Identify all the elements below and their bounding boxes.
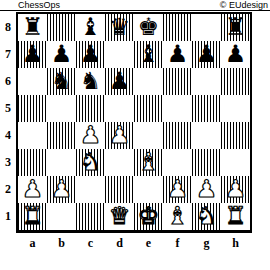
square-b1[interactable] — [47, 203, 76, 230]
square-f8[interactable] — [163, 14, 192, 41]
piece-black-pawn: ♟ — [80, 41, 102, 68]
square-f6[interactable] — [163, 68, 192, 95]
square-e1[interactable]: ♚ — [134, 203, 163, 230]
rank-label-4: 4 — [0, 122, 14, 149]
square-h5[interactable] — [221, 95, 250, 122]
piece-black-pawn: ♟ — [22, 41, 44, 68]
piece-white-rook: ♜ — [22, 203, 44, 230]
square-e8[interactable]: ♚ — [134, 14, 163, 41]
square-a8[interactable]: ♜ — [18, 14, 47, 41]
square-c1[interactable] — [76, 203, 105, 230]
piece-white-pawn: ♟ — [22, 176, 44, 203]
square-d2[interactable] — [105, 176, 134, 203]
square-h6[interactable] — [221, 68, 250, 95]
piece-white-rook: ♜ — [225, 203, 247, 230]
rank-label-6: 6 — [0, 68, 14, 95]
square-g7[interactable]: ♟ — [192, 41, 221, 68]
piece-black-pawn: ♟ — [51, 41, 73, 68]
square-a7[interactable]: ♟ — [18, 41, 47, 68]
square-f4[interactable] — [163, 122, 192, 149]
square-c3[interactable]: ♞ — [76, 149, 105, 176]
square-h3[interactable] — [221, 149, 250, 176]
file-label-e: e — [134, 235, 163, 251]
rank-label-1: 1 — [0, 203, 14, 230]
credit-text: © EUdesign — [220, 0, 268, 10]
square-b2[interactable]: ♟ — [47, 176, 76, 203]
piece-black-pawn: ♟ — [196, 41, 218, 68]
square-h7[interactable]: ♟ — [221, 41, 250, 68]
rank-labels: 87654321 — [0, 14, 14, 230]
square-h4[interactable] — [221, 122, 250, 149]
square-b8[interactable] — [47, 14, 76, 41]
square-d6[interactable]: ♟ — [105, 68, 134, 95]
piece-white-bishop: ♝ — [138, 149, 160, 176]
piece-white-pawn: ♟ — [51, 176, 73, 203]
piece-black-rook: ♜ — [22, 14, 44, 41]
square-a5[interactable] — [18, 95, 47, 122]
square-c6[interactable]: ♞ — [76, 68, 105, 95]
piece-white-pawn: ♟ — [196, 176, 218, 203]
piece-black-queen: ♛ — [109, 14, 131, 41]
file-label-c: c — [76, 235, 105, 251]
piece-black-pawn: ♟ — [167, 41, 189, 68]
square-h8[interactable]: ♜ — [221, 14, 250, 41]
square-a4[interactable] — [18, 122, 47, 149]
square-f3[interactable] — [163, 149, 192, 176]
piece-black-knight: ♞ — [80, 68, 102, 95]
square-b7[interactable]: ♟ — [47, 41, 76, 68]
file-label-g: g — [192, 235, 221, 251]
square-d8[interactable]: ♛ — [105, 14, 134, 41]
app-title: ChessOps — [18, 0, 60, 10]
square-c7[interactable]: ♟ — [76, 41, 105, 68]
file-label-h: h — [221, 235, 250, 251]
square-b6[interactable]: ♞ — [47, 68, 76, 95]
square-g5[interactable] — [192, 95, 221, 122]
square-e3[interactable]: ♝ — [134, 149, 163, 176]
file-label-b: b — [47, 235, 76, 251]
piece-white-pawn: ♟ — [80, 122, 102, 149]
square-g3[interactable] — [192, 149, 221, 176]
piece-black-knight: ♞ — [51, 68, 73, 95]
square-e7[interactable]: ♝ — [134, 41, 163, 68]
square-c8[interactable]: ♝ — [76, 14, 105, 41]
square-d4[interactable]: ♟ — [105, 122, 134, 149]
rank-label-2: 2 — [0, 176, 14, 203]
piece-white-pawn: ♟ — [167, 176, 189, 203]
square-g2[interactable]: ♟ — [192, 176, 221, 203]
piece-black-bishop: ♝ — [138, 41, 160, 68]
square-e6[interactable] — [134, 68, 163, 95]
rank-label-8: 8 — [0, 14, 14, 41]
square-b5[interactable] — [47, 95, 76, 122]
square-g4[interactable] — [192, 122, 221, 149]
piece-black-bishop: ♝ — [80, 14, 102, 41]
file-label-a: a — [18, 235, 47, 251]
piece-white-king: ♚ — [138, 203, 160, 230]
piece-black-pawn: ♟ — [225, 41, 247, 68]
header-bar: ChessOps © EUdesign — [0, 0, 270, 11]
square-a3[interactable] — [18, 149, 47, 176]
square-f2[interactable]: ♟ — [163, 176, 192, 203]
square-d7[interactable] — [105, 41, 134, 68]
piece-white-bishop: ♝ — [167, 203, 189, 230]
piece-white-pawn: ♟ — [225, 176, 247, 203]
rank-label-3: 3 — [0, 149, 14, 176]
square-c2[interactable] — [76, 176, 105, 203]
square-b4[interactable] — [47, 122, 76, 149]
piece-white-knight: ♞ — [80, 149, 102, 176]
square-a1[interactable]: ♜ — [18, 203, 47, 230]
square-a2[interactable]: ♟ — [18, 176, 47, 203]
square-e4[interactable] — [134, 122, 163, 149]
board-frame: ♜♝♛♚♜♟♟♟♝♟♟♟♞♞♟♟♟♞♝♟♟♟♟♟♜♛♚♝♞♜ — [16, 12, 252, 233]
piece-white-queen: ♛ — [109, 203, 131, 230]
piece-white-knight: ♞ — [196, 203, 218, 230]
square-f1[interactable]: ♝ — [163, 203, 192, 230]
square-g6[interactable] — [192, 68, 221, 95]
square-d5[interactable] — [105, 95, 134, 122]
piece-white-pawn: ♟ — [109, 122, 131, 149]
piece-black-king: ♚ — [138, 14, 160, 41]
square-e2[interactable] — [134, 176, 163, 203]
square-d1[interactable]: ♛ — [105, 203, 134, 230]
rank-label-7: 7 — [0, 41, 14, 68]
file-label-f: f — [163, 235, 192, 251]
square-g1[interactable]: ♞ — [192, 203, 221, 230]
square-c5[interactable] — [76, 95, 105, 122]
square-a6[interactable] — [18, 68, 47, 95]
file-labels: abcdefgh — [18, 235, 250, 251]
square-d3[interactable] — [105, 149, 134, 176]
chess-board: ♜♝♛♚♜♟♟♟♝♟♟♟♞♞♟♟♟♞♝♟♟♟♟♟♜♛♚♝♞♜ — [18, 14, 250, 230]
square-b3[interactable] — [47, 149, 76, 176]
square-h2[interactable]: ♟ — [221, 176, 250, 203]
square-f7[interactable]: ♟ — [163, 41, 192, 68]
piece-black-pawn: ♟ — [109, 68, 131, 95]
square-h1[interactable]: ♜ — [221, 203, 250, 230]
square-c4[interactable]: ♟ — [76, 122, 105, 149]
square-g8[interactable] — [192, 14, 221, 41]
piece-black-rook: ♜ — [225, 14, 247, 41]
square-f5[interactable] — [163, 95, 192, 122]
square-e5[interactable] — [134, 95, 163, 122]
rank-label-5: 5 — [0, 95, 14, 122]
file-label-d: d — [105, 235, 134, 251]
